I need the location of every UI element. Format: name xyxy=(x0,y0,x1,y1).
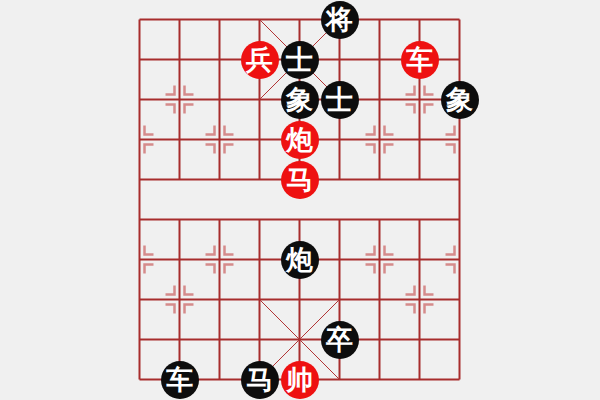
piece-black-elephant[interactable]: 象 xyxy=(281,81,319,119)
piece-black-cannon[interactable]: 炮 xyxy=(281,241,319,279)
piece-black-general[interactable]: 将 xyxy=(321,1,359,39)
piece-black-soldier[interactable]: 卒 xyxy=(321,321,359,359)
piece-black-elephant[interactable]: 象 xyxy=(441,81,479,119)
piece-black-advisor[interactable]: 士 xyxy=(321,81,359,119)
piece-black-chariot[interactable]: 车 xyxy=(161,361,199,399)
xiangqi-screenshot: 将兵士车象士象炮马炮卒车马帅 xyxy=(0,0,600,400)
piece-red-soldier[interactable]: 兵 xyxy=(241,41,279,79)
piece-red-general[interactable]: 帅 xyxy=(281,361,319,399)
piece-red-horse[interactable]: 马 xyxy=(281,161,319,199)
piece-black-horse[interactable]: 马 xyxy=(241,361,279,399)
xiangqi-board: 将兵士车象士象炮马炮卒车马帅 xyxy=(120,0,480,400)
piece-red-cannon[interactable]: 炮 xyxy=(281,121,319,159)
piece-black-advisor[interactable]: 士 xyxy=(281,41,319,79)
piece-red-chariot[interactable]: 车 xyxy=(401,41,439,79)
